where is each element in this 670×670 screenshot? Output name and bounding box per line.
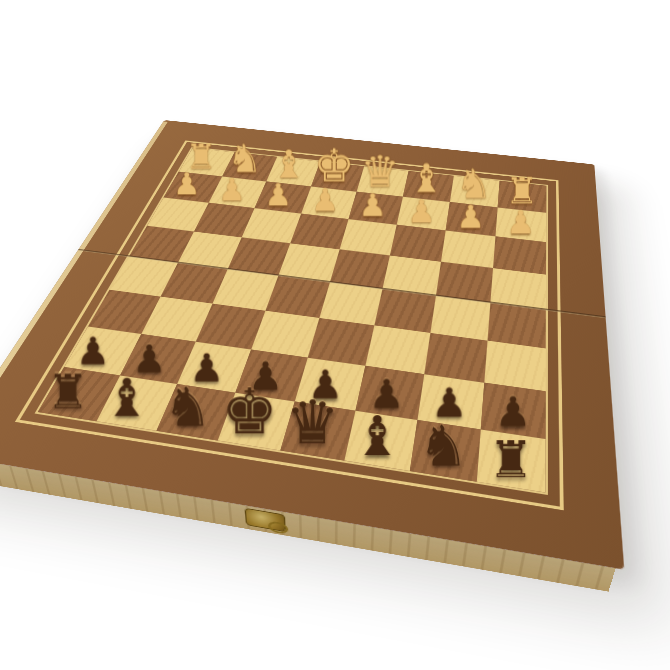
folding-chess-box: ♜♞♝♚♛♝♞♜♟♟♟♟♟♟♟♟♟♟♟♟♟♟♟♟♜♝♞♚♛♝♞♜	[0, 120, 624, 570]
chess-set-scene: ♜♞♝♚♛♝♞♜♟♟♟♟♟♟♟♟♟♟♟♟♟♟♟♟♜♝♞♚♛♝♞♜	[62, 14, 598, 550]
product-photo: ♜♞♝♚♛♝♞♜♟♟♟♟♟♟♟♟♟♟♟♟♟♟♟♟♜♝♞♚♛♝♞♜	[0, 0, 670, 670]
frame-border-line	[15, 140, 564, 510]
